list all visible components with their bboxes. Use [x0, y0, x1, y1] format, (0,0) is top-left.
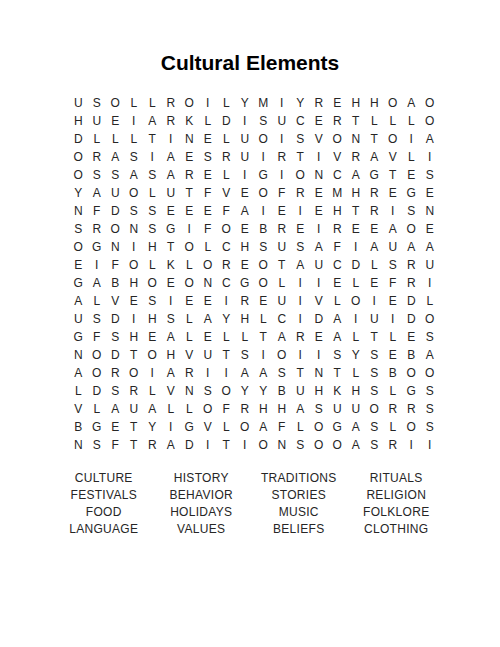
- grid-cell-r6c5: L: [143, 184, 162, 202]
- grid-cell-r19c9: L: [217, 418, 236, 436]
- grid-cell-r11c20: I: [421, 274, 440, 292]
- grid-cell-r17c8: S: [199, 382, 218, 400]
- grid-cell-r7c4: S: [125, 202, 144, 220]
- grid-cell-r10c2: I: [88, 256, 107, 274]
- grid-cell-r9c5: H: [143, 238, 162, 256]
- grid-cell-r16c7: R: [180, 364, 199, 382]
- grid-cell-r8c16: E: [347, 220, 366, 238]
- grid-cell-r13c6: S: [162, 310, 181, 328]
- grid-cell-r10c5: L: [143, 256, 162, 274]
- grid-cell-r3c3: L: [106, 130, 125, 148]
- grid-cell-r4c14: I: [310, 148, 329, 166]
- grid-cell-r16c2: O: [88, 364, 107, 382]
- grid-cell-r7c9: F: [217, 202, 236, 220]
- grid-cell-r13c3: D: [106, 310, 125, 328]
- grid-cell-r11c10: G: [236, 274, 255, 292]
- grid-cell-r6c8: F: [199, 184, 218, 202]
- grid-cell-r14c20: S: [421, 328, 440, 346]
- grid-cell-r13c4: I: [125, 310, 144, 328]
- grid-cell-r16c3: R: [106, 364, 125, 382]
- grid-cell-r18c6: L: [162, 400, 181, 418]
- grid-cell-r6c17: R: [365, 184, 384, 202]
- grid-cell-r11c18: F: [384, 274, 403, 292]
- grid-cell-r15c17: S: [365, 346, 384, 364]
- grid-cell-r10c13: A: [291, 256, 310, 274]
- grid-cell-r14c1: G: [69, 328, 88, 346]
- grid-cell-r17c11: Y: [254, 382, 273, 400]
- grid-cell-r10c15: C: [328, 256, 347, 274]
- grid-cell-r5c6: A: [162, 166, 181, 184]
- grid-cell-r14c10: L: [236, 328, 255, 346]
- grid-cell-r7c6: E: [162, 202, 181, 220]
- grid-cell-r8c20: E: [421, 220, 440, 238]
- grid-cell-r2c8: L: [199, 112, 218, 130]
- grid-cell-r3c13: S: [291, 130, 310, 148]
- grid-cell-r18c4: U: [125, 400, 144, 418]
- grid-cell-r20c20: I: [421, 436, 440, 454]
- grid-cell-r9c14: A: [310, 238, 329, 256]
- grid-cell-r2c18: L: [384, 112, 403, 130]
- grid-cell-r1c11: M: [254, 94, 273, 112]
- grid-cell-r4c11: I: [254, 148, 273, 166]
- grid-cell-r9c7: O: [180, 238, 199, 256]
- grid-cell-r2c17: L: [365, 112, 384, 130]
- grid-cell-r12c12: U: [273, 292, 292, 310]
- grid-cell-r18c5: A: [143, 400, 162, 418]
- grid-cell-r11c9: C: [217, 274, 236, 292]
- grid-cell-r11c5: O: [143, 274, 162, 292]
- grid-cell-r20c3: F: [106, 436, 125, 454]
- grid-cell-r9c20: A: [421, 238, 440, 256]
- grid-cell-r2c9: D: [217, 112, 236, 130]
- grid-cell-r20c12: N: [273, 436, 292, 454]
- grid-cell-r10c17: L: [365, 256, 384, 274]
- grid-cell-r20c15: O: [328, 436, 347, 454]
- grid-cell-r5c10: I: [236, 166, 255, 184]
- word-list: CULTUREHISTORYTRADITIONSRITUALSFESTIVALS…: [55, 469, 445, 537]
- grid-cell-r5c14: N: [310, 166, 329, 184]
- grid-cell-r13c13: I: [291, 310, 310, 328]
- grid-cell-r16c8: I: [199, 364, 218, 382]
- grid-cell-r20c1: N: [69, 436, 88, 454]
- grid-cell-r18c7: L: [180, 400, 199, 418]
- grid-cell-r2c4: I: [125, 112, 144, 130]
- grid-cell-r15c11: I: [254, 346, 273, 364]
- grid-cell-r16c1: A: [69, 364, 88, 382]
- grid-cell-r17c2: D: [88, 382, 107, 400]
- grid-cell-r18c20: S: [421, 400, 440, 418]
- word-list-item-folklore: FOLKLORE: [348, 503, 446, 520]
- word-list-item-festivals: FESTIVALS: [55, 486, 153, 503]
- grid-cell-r1c6: R: [162, 94, 181, 112]
- grid-cell-r7c7: E: [180, 202, 199, 220]
- grid-cell-r14c14: E: [310, 328, 329, 346]
- grid-cell-r5c20: S: [421, 166, 440, 184]
- grid-cell-r11c19: R: [402, 274, 421, 292]
- grid-cell-r5c9: L: [217, 166, 236, 184]
- grid-cell-r14c5: E: [143, 328, 162, 346]
- grid-cell-r18c19: R: [402, 400, 421, 418]
- grid-cell-r10c6: K: [162, 256, 181, 274]
- grid-cell-r8c17: E: [365, 220, 384, 238]
- grid-cell-r20c19: I: [402, 436, 421, 454]
- grid-cell-r14c3: S: [106, 328, 125, 346]
- grid-cell-r1c14: R: [310, 94, 329, 112]
- word-list-item-religion: RELIGION: [348, 486, 446, 503]
- grid-cell-r4c8: S: [199, 148, 218, 166]
- grid-cell-r11c16: L: [347, 274, 366, 292]
- grid-cell-r4c2: R: [88, 148, 107, 166]
- grid-cell-r18c18: R: [384, 400, 403, 418]
- grid-cell-r16c5: I: [143, 364, 162, 382]
- grid-cell-r2c14: E: [310, 112, 329, 130]
- grid-cell-r3c1: D: [69, 130, 88, 148]
- grid-cell-r3c12: I: [273, 130, 292, 148]
- grid-cell-r19c4: T: [125, 418, 144, 436]
- grid-cell-r8c5: S: [143, 220, 162, 238]
- grid-cell-r10c9: R: [217, 256, 236, 274]
- grid-cell-r3c9: L: [217, 130, 236, 148]
- grid-cell-r6c9: V: [217, 184, 236, 202]
- grid-cell-r1c7: O: [180, 94, 199, 112]
- grid-cell-r20c11: O: [254, 436, 273, 454]
- grid-cell-r19c6: I: [162, 418, 181, 436]
- grid-cell-r2c19: L: [402, 112, 421, 130]
- grid-cell-r1c12: I: [273, 94, 292, 112]
- grid-cell-r15c5: O: [143, 346, 162, 364]
- grid-cell-r17c15: K: [328, 382, 347, 400]
- grid-cell-r9c18: U: [384, 238, 403, 256]
- grid-cell-r10c14: U: [310, 256, 329, 274]
- grid-cell-r3c7: N: [180, 130, 199, 148]
- grid-cell-r9c1: O: [69, 238, 88, 256]
- grid-cell-r16c6: A: [162, 364, 181, 382]
- grid-cell-r12c4: E: [125, 292, 144, 310]
- grid-cell-r3c11: O: [254, 130, 273, 148]
- grid-cell-r3c16: N: [347, 130, 366, 148]
- grid-cell-r3c19: I: [402, 130, 421, 148]
- grid-cell-r15c16: Y: [347, 346, 366, 364]
- grid-cell-r14c2: F: [88, 328, 107, 346]
- grid-cell-r18c3: A: [106, 400, 125, 418]
- grid-cell-r1c5: L: [143, 94, 162, 112]
- grid-cell-r1c18: O: [384, 94, 403, 112]
- grid-cell-r12c6: I: [162, 292, 181, 310]
- grid-cell-r5c2: S: [88, 166, 107, 184]
- grid-cell-r18c11: H: [254, 400, 273, 418]
- grid-cell-r14c17: T: [365, 328, 384, 346]
- grid-cell-r17c1: L: [69, 382, 88, 400]
- grid-cell-r2c20: O: [421, 112, 440, 130]
- grid-cell-r10c20: U: [421, 256, 440, 274]
- grid-cell-r11c2: A: [88, 274, 107, 292]
- grid-cell-r18c1: V: [69, 400, 88, 418]
- grid-cell-r4c6: A: [162, 148, 181, 166]
- grid-cell-r19c16: A: [347, 418, 366, 436]
- grid-cell-r11c4: H: [125, 274, 144, 292]
- grid-cell-r2c11: S: [254, 112, 273, 130]
- grid-cell-r20c13: S: [291, 436, 310, 454]
- grid-cell-r4c12: R: [273, 148, 292, 166]
- grid-cell-r13c10: H: [236, 310, 255, 328]
- grid-cell-r8c4: N: [125, 220, 144, 238]
- grid-cell-r1c9: L: [217, 94, 236, 112]
- grid-cell-r15c20: A: [421, 346, 440, 364]
- grid-cell-r14c12: A: [273, 328, 292, 346]
- word-list-item-rituals: RITUALS: [348, 469, 446, 486]
- grid-cell-r13c20: O: [421, 310, 440, 328]
- grid-cell-r7c14: E: [310, 202, 329, 220]
- grid-cell-r15c18: E: [384, 346, 403, 364]
- grid-cell-r5c13: O: [291, 166, 310, 184]
- grid-cell-r7c3: D: [106, 202, 125, 220]
- grid-cell-r15c3: D: [106, 346, 125, 364]
- grid-cell-r8c13: E: [291, 220, 310, 238]
- grid-cell-r12c15: L: [328, 292, 347, 310]
- grid-cell-r9c15: F: [328, 238, 347, 256]
- grid-cell-r8c10: E: [236, 220, 255, 238]
- grid-cell-r14c19: E: [402, 328, 421, 346]
- grid-cell-r3c2: L: [88, 130, 107, 148]
- grid-cell-r9c3: N: [106, 238, 125, 256]
- grid-cell-r4c16: R: [347, 148, 366, 166]
- grid-cell-r12c11: E: [254, 292, 273, 310]
- grid-cell-r8c2: R: [88, 220, 107, 238]
- grid-cell-r13c16: I: [347, 310, 366, 328]
- grid-cell-r19c1: B: [69, 418, 88, 436]
- grid-cell-r13c11: L: [254, 310, 273, 328]
- grid-cell-r17c18: L: [384, 382, 403, 400]
- letter-grid: USOLLROILYMIYREHHOAOHUEIARKLDISUCERTLLLO…: [69, 94, 439, 454]
- grid-cell-r20c18: R: [384, 436, 403, 454]
- grid-cell-r9c17: A: [365, 238, 384, 256]
- grid-cell-r15c2: O: [88, 346, 107, 364]
- grid-cell-r1c13: Y: [291, 94, 310, 112]
- grid-cell-r2c2: U: [88, 112, 107, 130]
- grid-cell-r8c18: A: [384, 220, 403, 238]
- grid-cell-r7c5: S: [143, 202, 162, 220]
- word-list-item-stories: STORIES: [250, 486, 348, 503]
- grid-cell-r9c13: S: [291, 238, 310, 256]
- grid-cell-r12c1: A: [69, 292, 88, 310]
- grid-cell-r15c9: T: [217, 346, 236, 364]
- grid-cell-r18c10: R: [236, 400, 255, 418]
- grid-cell-r20c10: I: [236, 436, 255, 454]
- grid-cell-r4c17: A: [365, 148, 384, 166]
- grid-cell-r17c14: H: [310, 382, 329, 400]
- grid-cell-r13c7: L: [180, 310, 199, 328]
- grid-cell-r19c5: Y: [143, 418, 162, 436]
- grid-cell-r13c19: D: [402, 310, 421, 328]
- grid-cell-r2c6: R: [162, 112, 181, 130]
- word-search-page: Cultural Elements USOLLROILYMIYREHHOAOHU…: [0, 0, 500, 647]
- grid-cell-r15c4: T: [125, 346, 144, 364]
- grid-cell-r16c20: O: [421, 364, 440, 382]
- grid-cell-r7c16: T: [347, 202, 366, 220]
- grid-cell-r12c17: I: [365, 292, 384, 310]
- grid-cell-r16c14: N: [310, 364, 329, 382]
- grid-cell-r9c9: C: [217, 238, 236, 256]
- grid-cell-r8c14: I: [310, 220, 329, 238]
- grid-cell-r6c1: Y: [69, 184, 88, 202]
- puzzle-title: Cultural Elements: [0, 51, 500, 75]
- grid-cell-r17c9: O: [217, 382, 236, 400]
- grid-cell-r16c16: L: [347, 364, 366, 382]
- grid-cell-r7c10: A: [236, 202, 255, 220]
- grid-cell-r17c10: Y: [236, 382, 255, 400]
- word-list-item-values: VALUES: [153, 520, 251, 537]
- grid-cell-r4c5: I: [143, 148, 162, 166]
- grid-cell-r11c14: I: [310, 274, 329, 292]
- grid-cell-r3c20: A: [421, 130, 440, 148]
- word-list-item-clothing: CLOTHING: [348, 520, 446, 537]
- grid-cell-r4c4: S: [125, 148, 144, 166]
- grid-cell-r9c2: G: [88, 238, 107, 256]
- grid-cell-r13c15: A: [328, 310, 347, 328]
- grid-cell-r18c14: S: [310, 400, 329, 418]
- grid-cell-r9c19: A: [402, 238, 421, 256]
- grid-cell-r13c2: S: [88, 310, 107, 328]
- grid-cell-r4c7: E: [180, 148, 199, 166]
- grid-cell-r3c17: T: [365, 130, 384, 148]
- grid-cell-r19c3: E: [106, 418, 125, 436]
- grid-cell-r14c11: T: [254, 328, 273, 346]
- grid-cell-r9c16: I: [347, 238, 366, 256]
- grid-cell-r19c14: O: [310, 418, 329, 436]
- grid-cell-r3c15: O: [328, 130, 347, 148]
- grid-cell-r18c2: L: [88, 400, 107, 418]
- grid-cell-r5c8: E: [199, 166, 218, 184]
- grid-cell-r10c1: E: [69, 256, 88, 274]
- grid-cell-r11c6: E: [162, 274, 181, 292]
- grid-cell-r4c15: V: [328, 148, 347, 166]
- grid-cell-r1c19: A: [402, 94, 421, 112]
- grid-cell-r15c10: S: [236, 346, 255, 364]
- grid-cell-r7c13: I: [291, 202, 310, 220]
- grid-cell-r10c11: O: [254, 256, 273, 274]
- grid-cell-r16c4: O: [125, 364, 144, 382]
- grid-cell-r15c13: I: [291, 346, 310, 364]
- grid-cell-r20c7: D: [180, 436, 199, 454]
- grid-cell-r7c2: F: [88, 202, 107, 220]
- grid-cell-r16c12: S: [273, 364, 292, 382]
- grid-cell-r19c11: A: [254, 418, 273, 436]
- grid-cell-r16c11: A: [254, 364, 273, 382]
- grid-cell-r8c8: F: [199, 220, 218, 238]
- grid-cell-r6c16: H: [347, 184, 366, 202]
- grid-cell-r17c17: S: [365, 382, 384, 400]
- grid-cell-r10c3: F: [106, 256, 125, 274]
- grid-cell-r2c15: R: [328, 112, 347, 130]
- grid-cell-r7c1: N: [69, 202, 88, 220]
- grid-cell-r16c13: T: [291, 364, 310, 382]
- grid-cell-r5c19: E: [402, 166, 421, 184]
- grid-cell-r5c16: A: [347, 166, 366, 184]
- grid-cell-r19c17: S: [365, 418, 384, 436]
- grid-cell-r8c15: R: [328, 220, 347, 238]
- grid-cell-r19c7: G: [180, 418, 199, 436]
- grid-cell-r7c20: N: [421, 202, 440, 220]
- grid-cell-r20c17: S: [365, 436, 384, 454]
- grid-cell-r10c16: D: [347, 256, 366, 274]
- grid-cell-r10c7: L: [180, 256, 199, 274]
- grid-cell-r20c5: R: [143, 436, 162, 454]
- grid-cell-r5c3: S: [106, 166, 125, 184]
- grid-cell-r17c5: L: [143, 382, 162, 400]
- grid-cell-r20c14: O: [310, 436, 329, 454]
- grid-cell-r4c1: O: [69, 148, 88, 166]
- grid-cell-r17c20: S: [421, 382, 440, 400]
- grid-cell-r1c4: L: [125, 94, 144, 112]
- grid-cell-r14c7: L: [180, 328, 199, 346]
- grid-cell-r16c9: I: [217, 364, 236, 382]
- grid-cell-r4c10: U: [236, 148, 255, 166]
- grid-cell-r3c18: O: [384, 130, 403, 148]
- grid-cell-r16c10: A: [236, 364, 255, 382]
- grid-cell-r5c18: T: [384, 166, 403, 184]
- grid-cell-r5c12: I: [273, 166, 292, 184]
- grid-cell-r8c7: I: [180, 220, 199, 238]
- grid-cell-r7c15: H: [328, 202, 347, 220]
- word-list-item-holidays: HOLIDAYS: [153, 503, 251, 520]
- grid-cell-r5c15: C: [328, 166, 347, 184]
- grid-cell-r12c8: E: [199, 292, 218, 310]
- grid-cell-r1c10: Y: [236, 94, 255, 112]
- grid-cell-r10c12: T: [273, 256, 292, 274]
- grid-cell-r12c20: L: [421, 292, 440, 310]
- grid-cell-r2c16: T: [347, 112, 366, 130]
- word-list-item-food: FOOD: [55, 503, 153, 520]
- grid-cell-r12c19: D: [402, 292, 421, 310]
- grid-cell-r13c14: D: [310, 310, 329, 328]
- grid-cell-r11c3: B: [106, 274, 125, 292]
- grid-cell-r5c17: G: [365, 166, 384, 184]
- grid-cell-r2c3: E: [106, 112, 125, 130]
- grid-cell-r19c2: G: [88, 418, 107, 436]
- grid-cell-r1c8: I: [199, 94, 218, 112]
- grid-cell-r13c5: H: [143, 310, 162, 328]
- grid-cell-r12c10: R: [236, 292, 255, 310]
- grid-cell-r2c7: K: [180, 112, 199, 130]
- word-list-item-behavior: BEHAVIOR: [153, 486, 251, 503]
- grid-cell-r13c18: I: [384, 310, 403, 328]
- grid-cell-r1c20: O: [421, 94, 440, 112]
- grid-cell-r20c4: T: [125, 436, 144, 454]
- grid-cell-r6c4: O: [125, 184, 144, 202]
- grid-cell-r17c3: S: [106, 382, 125, 400]
- grid-cell-r10c18: S: [384, 256, 403, 274]
- grid-cell-r6c12: F: [273, 184, 292, 202]
- grid-cell-r18c12: H: [273, 400, 292, 418]
- grid-cell-r10c10: E: [236, 256, 255, 274]
- grid-cell-r11c8: N: [199, 274, 218, 292]
- grid-cell-r15c1: N: [69, 346, 88, 364]
- grid-cell-r9c12: U: [273, 238, 292, 256]
- grid-cell-r11c15: E: [328, 274, 347, 292]
- grid-cell-r5c11: G: [254, 166, 273, 184]
- grid-cell-r4c19: L: [402, 148, 421, 166]
- grid-cell-r4c20: I: [421, 148, 440, 166]
- grid-cell-r11c17: E: [365, 274, 384, 292]
- grid-cell-r11c13: I: [291, 274, 310, 292]
- grid-cell-r18c8: O: [199, 400, 218, 418]
- grid-cell-r15c12: O: [273, 346, 292, 364]
- word-list-item-language: LANGUAGE: [55, 520, 153, 537]
- grid-cell-r14c8: E: [199, 328, 218, 346]
- grid-cell-r6c6: U: [162, 184, 181, 202]
- grid-cell-r9c4: I: [125, 238, 144, 256]
- grid-cell-r7c12: E: [273, 202, 292, 220]
